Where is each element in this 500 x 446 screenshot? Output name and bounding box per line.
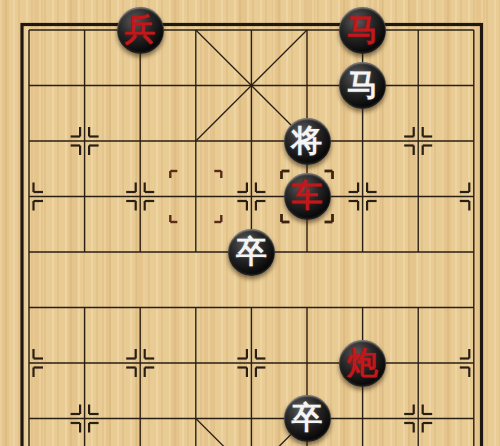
piece-glyph: 卒 bbox=[292, 402, 323, 433]
piece-black-general[interactable]: 将 bbox=[284, 118, 331, 165]
piece-glyph: 卒 bbox=[236, 236, 267, 267]
piece-glyph: 车 bbox=[292, 180, 323, 211]
piece-glyph: 兵 bbox=[125, 14, 156, 45]
piece-glyph: 炮 bbox=[347, 347, 378, 378]
pieces-layer: 兵马马将车卒炮卒 bbox=[0, 0, 500, 446]
piece-glyph: 马 bbox=[347, 14, 378, 45]
piece-red-soldier[interactable]: 兵 bbox=[117, 7, 164, 54]
piece-red-horse[interactable]: 马 bbox=[339, 7, 386, 54]
piece-glyph: 马 bbox=[347, 69, 378, 100]
piece-black-horse[interactable]: 马 bbox=[339, 62, 386, 109]
piece-glyph: 将 bbox=[292, 125, 323, 156]
piece-red-chariot[interactable]: 车 bbox=[284, 173, 331, 220]
xiangqi-board: 兵马马将车卒炮卒 bbox=[0, 0, 500, 446]
piece-red-cannon[interactable]: 炮 bbox=[339, 340, 386, 387]
piece-black-soldier-1[interactable]: 卒 bbox=[228, 229, 275, 276]
piece-black-soldier-2[interactable]: 卒 bbox=[284, 395, 331, 442]
